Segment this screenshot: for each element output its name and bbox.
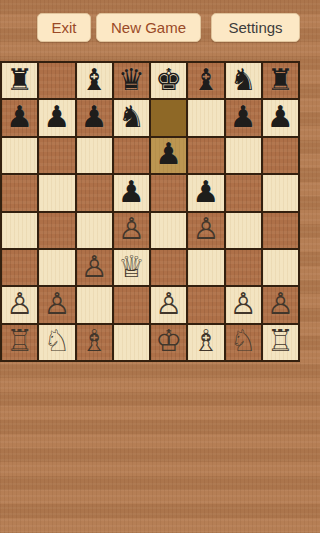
square-f4[interactable]: ♙ [188,213,223,248]
black-bishop-piece[interactable]: ♝ [81,65,108,95]
square-e6[interactable]: ♟ [151,138,186,173]
square-b2[interactable]: ♙ [39,287,74,322]
square-d7[interactable]: ♞ [114,100,149,135]
square-h4[interactable] [263,213,298,248]
black-pawn-piece[interactable]: ♟ [230,102,257,132]
black-pawn-piece[interactable]: ♟ [6,102,33,132]
square-f5[interactable]: ♟ [188,175,223,210]
white-pawn-piece[interactable]: ♙ [192,214,219,244]
square-c7[interactable]: ♟ [77,100,112,135]
square-e7[interactable] [151,100,186,135]
square-c4[interactable] [77,213,112,248]
square-a8[interactable]: ♜ [2,63,37,98]
square-a5[interactable] [2,175,37,210]
black-knight-piece[interactable]: ♞ [118,102,145,132]
square-c3[interactable]: ♙ [77,250,112,285]
white-rook-piece[interactable]: ♖ [267,326,294,356]
square-e1[interactable]: ♔ [151,325,186,360]
white-pawn-piece[interactable]: ♙ [43,289,70,319]
white-knight-piece[interactable]: ♘ [43,326,70,356]
white-pawn-piece[interactable]: ♙ [267,289,294,319]
square-h8[interactable]: ♜ [263,63,298,98]
square-h6[interactable] [263,138,298,173]
square-g8[interactable]: ♞ [226,63,261,98]
square-d6[interactable] [114,138,149,173]
settings-button[interactable]: Settings [211,13,300,42]
exit-button[interactable]: Exit [37,13,91,42]
black-pawn-piece[interactable]: ♟ [267,102,294,132]
square-a1[interactable]: ♖ [2,325,37,360]
square-a3[interactable] [2,250,37,285]
square-d3[interactable]: ♕ [114,250,149,285]
square-f2[interactable] [188,287,223,322]
square-h2[interactable]: ♙ [263,287,298,322]
square-g3[interactable] [226,250,261,285]
new-game-button[interactable]: New Game [96,13,201,42]
square-g5[interactable] [226,175,261,210]
square-g7[interactable]: ♟ [226,100,261,135]
white-pawn-piece[interactable]: ♙ [230,289,257,319]
square-b4[interactable] [39,213,74,248]
square-c5[interactable] [77,175,112,210]
white-pawn-piece[interactable]: ♙ [6,289,33,319]
square-g2[interactable]: ♙ [226,287,261,322]
square-g4[interactable] [226,213,261,248]
square-f1[interactable]: ♗ [188,325,223,360]
square-f3[interactable] [188,250,223,285]
square-g6[interactable] [226,138,261,173]
square-e5[interactable] [151,175,186,210]
square-f7[interactable] [188,100,223,135]
square-a4[interactable] [2,213,37,248]
black-pawn-piece[interactable]: ♟ [118,177,145,207]
square-d2[interactable] [114,287,149,322]
square-e2[interactable]: ♙ [151,287,186,322]
black-rook-piece[interactable]: ♜ [6,65,33,95]
square-b8[interactable] [39,63,74,98]
square-g1[interactable]: ♘ [226,325,261,360]
white-pawn-piece[interactable]: ♙ [118,214,145,244]
white-pawn-piece[interactable]: ♙ [155,289,182,319]
white-king-piece[interactable]: ♔ [155,326,182,356]
white-bishop-piece[interactable]: ♗ [81,326,108,356]
white-pawn-piece[interactable]: ♙ [81,252,108,282]
square-a6[interactable] [2,138,37,173]
square-d1[interactable] [114,325,149,360]
chess-app: { "game": "chess", "position": { "fen": … [0,0,300,533]
white-knight-piece[interactable]: ♘ [230,326,257,356]
square-f8[interactable]: ♝ [188,63,223,98]
square-h5[interactable] [263,175,298,210]
white-bishop-piece[interactable]: ♗ [192,326,219,356]
square-a2[interactable]: ♙ [2,287,37,322]
white-queen-piece[interactable]: ♕ [118,252,145,282]
black-queen-piece[interactable]: ♛ [118,65,145,95]
square-b6[interactable] [39,138,74,173]
black-pawn-piece[interactable]: ♟ [43,102,70,132]
black-rook-piece[interactable]: ♜ [267,65,294,95]
square-e4[interactable] [151,213,186,248]
square-f6[interactable] [188,138,223,173]
square-d4[interactable]: ♙ [114,213,149,248]
square-e3[interactable] [151,250,186,285]
square-b7[interactable]: ♟ [39,100,74,135]
square-c2[interactable] [77,287,112,322]
square-h7[interactable]: ♟ [263,100,298,135]
square-e8[interactable]: ♚ [151,63,186,98]
square-d5[interactable]: ♟ [114,175,149,210]
chess-board: ♜♝♛♚♝♞♜♟♟♟♞♟♟♟♟♟♙♙♙♕♙♙♙♙♙♖♘♗♔♗♘♖ [0,61,300,362]
black-pawn-piece[interactable]: ♟ [155,139,182,169]
square-c6[interactable] [77,138,112,173]
black-pawn-piece[interactable]: ♟ [81,102,108,132]
square-d8[interactable]: ♛ [114,63,149,98]
square-a7[interactable]: ♟ [2,100,37,135]
square-h1[interactable]: ♖ [263,325,298,360]
black-pawn-piece[interactable]: ♟ [192,177,219,207]
white-rook-piece[interactable]: ♖ [6,326,33,356]
square-c8[interactable]: ♝ [77,63,112,98]
black-knight-piece[interactable]: ♞ [230,65,257,95]
square-h3[interactable] [263,250,298,285]
square-b5[interactable] [39,175,74,210]
square-c1[interactable]: ♗ [77,325,112,360]
black-bishop-piece[interactable]: ♝ [192,65,219,95]
square-b3[interactable] [39,250,74,285]
black-king-piece[interactable]: ♚ [155,65,182,95]
square-b1[interactable]: ♘ [39,325,74,360]
